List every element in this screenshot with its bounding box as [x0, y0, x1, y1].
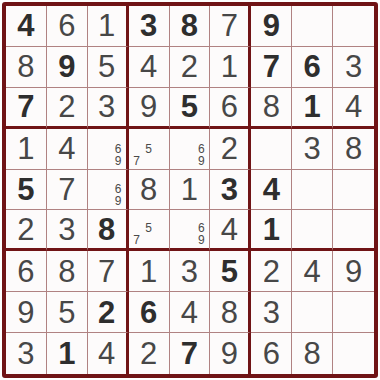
entered-digit: 2	[181, 51, 198, 82]
cell-r1c6[interactable]: 7	[210, 6, 251, 47]
entered-digit: 2	[140, 338, 157, 369]
cell-r7c7[interactable]: 2	[251, 251, 292, 292]
given-digit: 9	[58, 51, 75, 82]
cell-r1c3[interactable]: 1	[88, 6, 129, 47]
entered-digit: 3	[98, 91, 115, 122]
entered-digit: 2	[263, 256, 280, 287]
entered-digit: 4	[221, 214, 238, 245]
cell-r3c4[interactable]: 9	[129, 88, 170, 129]
given-digit: 5	[17, 174, 34, 205]
cell-r8c7[interactable]: 3	[251, 292, 292, 333]
cell-r1c7[interactable]: 9	[251, 6, 292, 47]
entered-digit: 5	[58, 297, 75, 328]
cell-r1c1[interactable]: 4	[6, 6, 47, 47]
given-digit: 9	[263, 10, 280, 41]
given-digit: 4	[263, 174, 280, 205]
entered-digit: 6	[58, 10, 75, 41]
cell-r3c1[interactable]: 7	[6, 88, 47, 129]
given-digit: 2	[98, 297, 115, 328]
cell-r2c1[interactable]: 8	[6, 47, 47, 88]
entered-digit: 8	[304, 338, 321, 369]
given-digit: 8	[98, 214, 115, 245]
given-digit: 1	[58, 338, 75, 369]
given-digit: 7	[263, 51, 280, 82]
entered-digit: 1	[98, 10, 115, 41]
entered-digit: 9	[17, 297, 34, 328]
cell-r6c4[interactable]: 57	[129, 210, 170, 251]
entered-digit: 8	[263, 91, 280, 122]
cell-r5c4[interactable]: 8	[129, 170, 170, 211]
entered-digit: 3	[181, 256, 198, 287]
cell-r9c1[interactable]: 3	[6, 333, 47, 374]
cell-r6c5[interactable]: 69	[170, 210, 211, 251]
cell-r7c3[interactable]: 7	[88, 251, 129, 292]
cell-r9c7[interactable]: 6	[251, 333, 292, 374]
cell-r7c8[interactable]: 4	[292, 251, 333, 292]
pencil-marks: 69	[172, 212, 208, 246]
cell-r7c5[interactable]: 3	[170, 251, 211, 292]
entered-digit: 8	[345, 133, 362, 164]
given-digit: 3	[140, 10, 157, 41]
entered-digit: 8	[58, 256, 75, 287]
entered-digit: 2	[221, 133, 238, 164]
candidate-digit: 7	[131, 234, 143, 246]
cell-r4c7[interactable]	[251, 129, 292, 170]
cell-r4c9[interactable]: 8	[333, 129, 374, 170]
cell-r2c8[interactable]: 6	[292, 47, 333, 88]
cell-r5c1[interactable]: 5	[6, 170, 47, 211]
pencil-marks: 69	[172, 131, 208, 167]
cell-r5c8[interactable]	[292, 170, 333, 211]
cell-r9c8[interactable]: 8	[292, 333, 333, 374]
entered-digit: 7	[221, 10, 238, 41]
entered-digit: 9	[140, 91, 157, 122]
cell-r5c2[interactable]: 7	[47, 170, 88, 211]
cell-r7c4[interactable]: 1	[129, 251, 170, 292]
cell-r7c1[interactable]: 6	[6, 251, 47, 292]
entered-digit: 9	[221, 338, 238, 369]
cell-r5c9[interactable]	[333, 170, 374, 211]
given-digit: 1	[304, 91, 321, 122]
given-digit: 7	[17, 91, 34, 122]
candidate-digit: 9	[195, 234, 207, 246]
entered-digit: 8	[221, 297, 238, 328]
entered-digit: 8	[140, 174, 157, 205]
cell-r3c7[interactable]: 8	[251, 88, 292, 129]
cell-r2c3[interactable]: 5	[88, 47, 129, 88]
cell-r6c9[interactable]	[333, 210, 374, 251]
cell-r9c9[interactable]	[333, 333, 374, 374]
entered-digit: 6	[17, 256, 34, 287]
given-digit: 3	[221, 174, 238, 205]
given-digit: 7	[181, 338, 198, 369]
cell-r8c2[interactable]: 5	[47, 292, 88, 333]
cell-r3c6[interactable]: 6	[210, 88, 251, 129]
cell-r2c2[interactable]: 9	[47, 47, 88, 88]
cell-r8c3[interactable]: 2	[88, 292, 129, 333]
cell-r9c6[interactable]: 9	[210, 333, 251, 374]
cell-r1c4[interactable]: 3	[129, 6, 170, 47]
cell-r7c2[interactable]: 8	[47, 251, 88, 292]
entered-digit: 1	[17, 133, 34, 164]
cell-r3c5[interactable]: 5	[170, 88, 211, 129]
given-digit: 1	[263, 214, 280, 245]
cell-r3c3[interactable]: 3	[88, 88, 129, 129]
cell-r6c6[interactable]: 4	[210, 210, 251, 251]
entered-digit: 3	[345, 51, 362, 82]
entered-digit: 3	[58, 214, 75, 245]
entered-digit: 3	[263, 297, 280, 328]
cell-r8c5[interactable]: 4	[170, 292, 211, 333]
candidate-digit: 6	[112, 143, 123, 155]
cell-r5c7[interactable]: 4	[251, 170, 292, 211]
cell-r3c8[interactable]: 1	[292, 88, 333, 129]
cell-r9c3[interactable]: 4	[88, 333, 129, 374]
sudoku-board: 4613879895421763723956814146957692385769…	[2, 2, 378, 378]
cell-r2c9[interactable]: 3	[333, 47, 374, 88]
cell-r8c1[interactable]: 9	[6, 292, 47, 333]
candidate-digit: 5	[143, 222, 155, 234]
cell-r6c3[interactable]: 8	[88, 210, 129, 251]
entered-digit: 3	[17, 338, 34, 369]
cell-r6c8[interactable]	[292, 210, 333, 251]
given-digit: 5	[181, 91, 198, 122]
candidate-digit: 7	[131, 155, 143, 167]
entered-digit: 4	[345, 91, 362, 122]
given-digit: 4	[17, 10, 34, 41]
cell-r4c3[interactable]: 69	[88, 129, 129, 170]
entered-digit: 9	[345, 256, 362, 287]
entered-digit: 3	[304, 133, 321, 164]
cell-r1c8[interactable]	[292, 6, 333, 47]
entered-digit: 6	[221, 91, 238, 122]
cell-r2c4[interactable]: 4	[129, 47, 170, 88]
cell-r4c6[interactable]: 2	[210, 129, 251, 170]
cell-r7c9[interactable]: 9	[333, 251, 374, 292]
cell-r5c3[interactable]: 69	[88, 170, 129, 211]
given-digit: 5	[221, 256, 238, 287]
cell-r8c6[interactable]: 8	[210, 292, 251, 333]
cell-r8c4[interactable]: 6	[129, 292, 170, 333]
entered-digit: 2	[58, 91, 75, 122]
cell-r2c5[interactable]: 2	[170, 47, 211, 88]
cell-r9c2[interactable]: 1	[47, 333, 88, 374]
cell-r1c5[interactable]: 8	[170, 6, 211, 47]
pencil-marks: 57	[131, 212, 167, 246]
candidate-digit: 9	[195, 155, 207, 167]
cell-r5c6[interactable]: 3	[210, 170, 251, 211]
cell-r5c5[interactable]: 1	[170, 170, 211, 211]
entered-digit: 1	[221, 51, 238, 82]
cell-r9c4[interactable]: 2	[129, 333, 170, 374]
entered-digit: 4	[98, 338, 115, 369]
cell-r4c8[interactable]: 3	[292, 129, 333, 170]
given-digit: 8	[181, 10, 198, 41]
cell-r8c8[interactable]	[292, 292, 333, 333]
entered-digit: 5	[98, 51, 115, 82]
cell-r1c9[interactable]	[333, 6, 374, 47]
pencil-marks: 69	[90, 172, 124, 208]
cell-r4c2[interactable]: 4	[47, 129, 88, 170]
entered-digit: 8	[17, 51, 34, 82]
candidate-digit: 9	[112, 155, 123, 167]
cell-r6c1[interactable]: 2	[6, 210, 47, 251]
entered-digit: 2	[17, 214, 34, 245]
pencil-marks: 69	[90, 131, 124, 167]
cell-r4c4[interactable]: 57	[129, 129, 170, 170]
cell-r6c2[interactable]: 3	[47, 210, 88, 251]
candidate-digit: 6	[195, 143, 207, 155]
sudoku-frame: 4613879895421763723956814146957692385769…	[0, 0, 380, 380]
cell-r7c6[interactable]: 5	[210, 251, 251, 292]
pencil-marks: 57	[131, 131, 167, 167]
entered-digit: 4	[304, 256, 321, 287]
cell-r3c9[interactable]: 4	[333, 88, 374, 129]
cell-r1c2[interactable]: 6	[47, 6, 88, 47]
entered-digit: 4	[140, 51, 157, 82]
entered-digit: 1	[181, 174, 198, 205]
cell-r2c7[interactable]: 7	[251, 47, 292, 88]
entered-digit: 1	[140, 256, 157, 287]
entered-digit: 4	[181, 297, 198, 328]
cell-r4c1[interactable]: 1	[6, 129, 47, 170]
cell-r8c9[interactable]	[333, 292, 374, 333]
cell-r4c5[interactable]: 69	[170, 129, 211, 170]
cell-r6c7[interactable]: 1	[251, 210, 292, 251]
cell-r2c6[interactable]: 1	[210, 47, 251, 88]
entered-digit: 7	[58, 174, 75, 205]
given-digit: 6	[304, 51, 321, 82]
cell-r3c2[interactable]: 2	[47, 88, 88, 129]
candidate-digit: 9	[112, 195, 123, 207]
entered-digit: 7	[98, 256, 115, 287]
entered-digit: 6	[263, 338, 280, 369]
entered-digit: 4	[58, 133, 75, 164]
candidate-digit: 5	[143, 143, 155, 155]
cell-r9c5[interactable]: 7	[170, 333, 211, 374]
given-digit: 6	[140, 297, 157, 328]
